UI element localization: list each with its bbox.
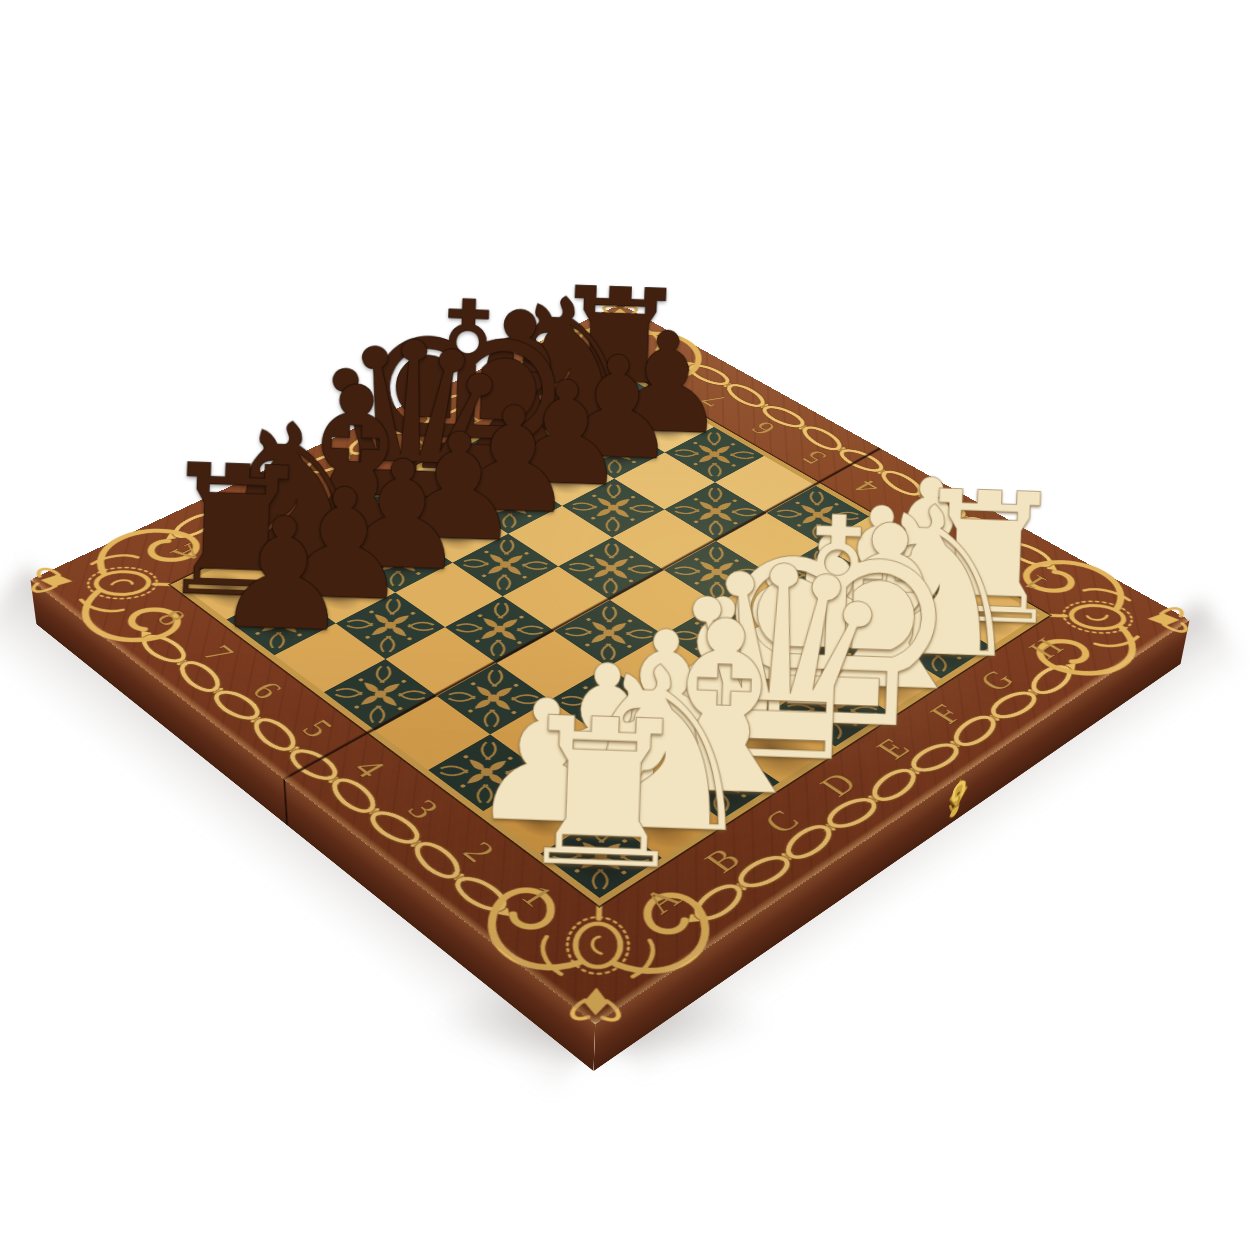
scene: 88HH77GG66FF55EE44DD33CC22BB11AA ♜♞♟♝♟♚♟… bbox=[0, 0, 1250, 1250]
fold-seam-side bbox=[283, 778, 289, 827]
scene-rotation: 88HH77GG66FF55EE44DD33CC22BB11AA ♜♞♟♝♟♚♟… bbox=[0, 0, 1250, 1250]
chess-board: 88HH77GG66FF55EE44DD33CC22BB11AA ♜♞♟♝♟♚♟… bbox=[31, 304, 1190, 1024]
product-photo: 88HH77GG66FF55EE44DD33CC22BB11AA ♜♞♟♝♟♚♟… bbox=[0, 0, 1250, 1250]
